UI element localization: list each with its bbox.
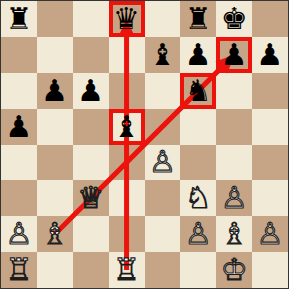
chess-board: ♜♛♜♚♝♟♟♟♟♟♞♟♝♙♕♘♙♙♗♙♗♙♖♖♔	[0, 0, 289, 289]
highlight-box-d5	[109, 109, 145, 145]
highlight-box-g7	[216, 37, 252, 73]
highlight-box-d8	[109, 1, 145, 37]
highlight-box-f6	[180, 73, 216, 109]
annotation-highlights-layer	[1, 1, 288, 288]
